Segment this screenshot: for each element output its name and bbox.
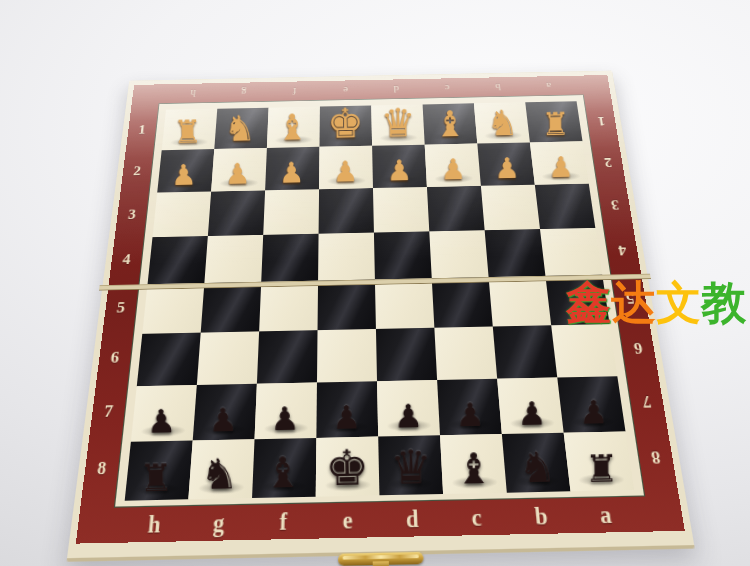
square-d3[interactable] [373, 187, 429, 233]
square-e2[interactable]: ♟ [319, 146, 373, 189]
square-h3[interactable] [153, 191, 212, 237]
square-h8[interactable]: ♜ [125, 440, 193, 500]
file-label-top-b: b [472, 77, 525, 97]
square-h5[interactable] [142, 283, 204, 334]
square-a6[interactable] [551, 324, 617, 377]
square-f8[interactable]: ♝ [252, 438, 316, 498]
square-b4[interactable] [485, 229, 546, 277]
square-c7[interactable]: ♟ [437, 379, 502, 436]
square-b5[interactable] [489, 276, 552, 327]
square-a8[interactable]: ♜ [564, 431, 635, 491]
black-bishop-f8[interactable]: ♝ [264, 451, 303, 494]
white-pawn-d2[interactable]: ♟ [387, 156, 413, 185]
square-b6[interactable] [493, 325, 557, 378]
square-e1[interactable]: ♚ [320, 105, 373, 146]
square-e4[interactable] [318, 233, 375, 281]
black-pawn-e7[interactable]: ♟ [332, 401, 362, 434]
file-label-top-c: c [421, 78, 473, 98]
rank-label-left-5: 5 [103, 283, 139, 333]
square-f4[interactable] [261, 234, 318, 282]
rank-label-right-1: 1 [585, 100, 619, 140]
square-a3[interactable] [535, 184, 596, 230]
watermark-char: 教 [701, 276, 746, 329]
square-g1[interactable]: ♞ [214, 108, 268, 149]
square-f1[interactable]: ♝ [267, 107, 320, 148]
file-label-top-d: d [371, 79, 423, 99]
square-g2[interactable]: ♟ [211, 148, 267, 191]
white-pawn-g2[interactable]: ♟ [225, 160, 251, 189]
watermark-text: 鑫达文教 [566, 280, 746, 325]
square-d5[interactable] [375, 278, 434, 329]
white-pawn-f2[interactable]: ♟ [279, 159, 305, 188]
watermark-char: 鑫 [566, 276, 611, 329]
white-king-e1[interactable]: ♚ [327, 103, 364, 145]
square-f7[interactable]: ♟ [255, 382, 317, 439]
file-label-top-f: f [269, 81, 320, 101]
square-d4[interactable] [374, 231, 432, 279]
square-h1[interactable]: ♜ [162, 109, 218, 150]
white-knight-g1[interactable]: ♞ [224, 111, 256, 147]
square-f6[interactable] [257, 330, 318, 384]
square-f3[interactable] [263, 189, 319, 235]
square-c1[interactable]: ♝ [423, 103, 478, 144]
white-pawn-c2[interactable]: ♟ [441, 155, 467, 184]
square-e6[interactable] [317, 329, 377, 383]
square-g6[interactable] [197, 331, 259, 385]
white-rook-h1[interactable]: ♜ [173, 115, 202, 147]
square-h6[interactable] [137, 333, 201, 387]
white-pawn-a2[interactable]: ♟ [548, 153, 574, 182]
square-h7[interactable]: ♟ [131, 385, 197, 442]
white-rook-a1[interactable]: ♜ [541, 108, 570, 140]
rank-label-right-2: 2 [591, 140, 626, 182]
white-pawn-h2[interactable]: ♟ [171, 161, 197, 190]
white-pawn-b2[interactable]: ♟ [494, 154, 520, 183]
file-label-bottom-a: a [571, 497, 640, 533]
chess-board-grid: ♜♞♝♚♛♝♞♜♟♟♟♟♟♟♟♟♟♟♟♟♟♟♟♟♜♞♝♚♛♝♞♜ [125, 101, 635, 500]
white-bishop-f1[interactable]: ♝ [277, 109, 309, 145]
square-c4[interactable] [429, 230, 488, 278]
square-g8[interactable]: ♞ [188, 439, 254, 499]
square-c2[interactable]: ♟ [425, 144, 481, 187]
square-a1[interactable]: ♜ [525, 101, 582, 142]
square-d7[interactable]: ♟ [377, 380, 440, 437]
rank-label-right-3: 3 [597, 182, 633, 227]
photo-background: hgfedcba hgfedcba 12345678 12345678 ♜♞♝♚… [0, 0, 750, 566]
watermark-char: 达 [611, 276, 656, 329]
square-h2[interactable]: ♟ [157, 149, 214, 193]
square-g4[interactable] [204, 235, 263, 283]
square-c8[interactable]: ♝ [440, 434, 507, 494]
black-rook-a8[interactable]: ♜ [584, 449, 618, 487]
black-king-e8[interactable]: ♚ [324, 443, 369, 493]
black-pawn-c7[interactable]: ♟ [456, 399, 486, 432]
black-pawn-g7[interactable]: ♟ [208, 404, 238, 437]
square-b1[interactable]: ♞ [474, 102, 530, 143]
file-label-top-g: g [218, 82, 270, 102]
watermark-char: 文 [656, 276, 701, 329]
square-e7[interactable]: ♟ [316, 381, 378, 438]
black-knight-b8[interactable]: ♞ [519, 446, 558, 489]
file-label-bottom-e: e [315, 502, 380, 538]
square-f2[interactable]: ♟ [265, 147, 319, 190]
square-b3[interactable] [481, 185, 540, 231]
square-g7[interactable]: ♟ [193, 384, 257, 441]
black-knight-g8[interactable]: ♞ [200, 453, 239, 496]
square-e5[interactable] [318, 279, 376, 330]
square-a7[interactable]: ♟ [557, 376, 625, 433]
white-bishop-c1[interactable]: ♝ [434, 106, 466, 142]
black-queen-d8[interactable]: ♛ [389, 444, 432, 491]
square-d2[interactable]: ♟ [372, 145, 427, 188]
square-b8[interactable]: ♞ [502, 433, 571, 493]
white-queen-d1[interactable]: ♛ [380, 104, 416, 144]
black-bishop-c8[interactable]: ♝ [455, 447, 494, 490]
file-label-top-h: h [167, 83, 220, 103]
square-h4[interactable] [148, 236, 208, 284]
square-c3[interactable] [427, 186, 485, 232]
square-a4[interactable] [540, 228, 602, 276]
square-c6[interactable] [434, 326, 497, 379]
square-b2[interactable]: ♟ [477, 142, 535, 185]
brass-latch-icon [338, 552, 424, 566]
square-g3[interactable] [208, 190, 265, 236]
file-label-top-e: e [320, 80, 371, 100]
black-pawn-b7[interactable]: ♟ [517, 398, 547, 431]
square-e8[interactable]: ♚ [316, 437, 380, 497]
square-d6[interactable] [376, 328, 437, 382]
black-pawn-a7[interactable]: ♟ [579, 396, 609, 429]
file-label-bottom-h: h [120, 506, 188, 542]
white-pawn-e2[interactable]: ♟ [333, 157, 359, 186]
black-pawn-d7[interactable]: ♟ [394, 400, 424, 433]
square-d1[interactable]: ♛ [371, 104, 424, 145]
file-label-bottom-f: f [250, 504, 315, 540]
file-label-bottom-c: c [443, 499, 510, 535]
square-d8[interactable]: ♛ [378, 435, 443, 495]
black-rook-h8[interactable]: ♜ [139, 459, 174, 497]
black-pawn-f7[interactable]: ♟ [270, 403, 300, 436]
square-b7[interactable]: ♟ [497, 377, 564, 434]
square-e3[interactable] [319, 188, 374, 234]
rank-label-right-4: 4 [604, 226, 641, 273]
black-pawn-h7[interactable]: ♟ [147, 405, 177, 438]
square-g5[interactable] [201, 282, 262, 333]
white-knight-b1[interactable]: ♞ [487, 105, 519, 141]
file-label-bottom-g: g [185, 505, 252, 541]
square-a2[interactable]: ♟ [530, 141, 589, 184]
square-c5[interactable] [432, 277, 493, 328]
file-label-bottom-b: b [507, 498, 575, 534]
square-f5[interactable] [259, 281, 318, 332]
file-label-bottom-d: d [380, 501, 446, 537]
file-label-top-a: a [522, 76, 575, 96]
